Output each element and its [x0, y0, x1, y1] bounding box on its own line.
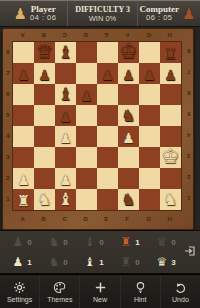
black-captured-queen-slot: ♛0	[148, 236, 184, 248]
square-d2[interactable]	[76, 168, 97, 189]
square-c3[interactable]	[55, 147, 76, 168]
file-label-top-c: C	[62, 32, 66, 38]
square-a6[interactable]	[13, 84, 34, 105]
captured-count: 1	[99, 258, 103, 267]
new-label: New	[93, 296, 107, 303]
captured-piece-icon: ♞	[48, 236, 59, 248]
rank-label-right-8: 8	[187, 49, 190, 55]
captured-piece-icon: ♜	[120, 256, 131, 268]
captured-white-row: ♟1♞0♝1♜0♛3	[4, 252, 186, 272]
file-label-bottom-f: F	[125, 215, 129, 221]
square-a2[interactable]	[13, 168, 34, 189]
settings-label: Settings	[7, 296, 32, 303]
palette-icon	[53, 281, 66, 294]
square-f1[interactable]	[118, 189, 139, 210]
square-g7[interactable]	[139, 63, 160, 84]
square-f6[interactable]	[118, 84, 139, 105]
plus-icon	[94, 281, 107, 294]
white-captured-knight-slot: ♞0	[40, 256, 76, 268]
rank-label-left-6: 6	[6, 91, 9, 97]
hint-label: Hint	[134, 296, 146, 303]
captured-piece-icon: ♛	[156, 236, 167, 248]
square-g2[interactable]	[139, 168, 160, 189]
square-d1[interactable]	[76, 189, 97, 210]
rank-label-right-1: 1	[187, 196, 190, 202]
square-b2[interactable]	[34, 168, 55, 189]
rank-label-left-7: 7	[6, 70, 9, 76]
white-captured-pawn-slot: ♟1	[4, 256, 40, 268]
gear-icon	[13, 281, 26, 294]
captured-piece-icon: ♜	[120, 236, 131, 248]
square-e1[interactable]	[97, 189, 118, 210]
captured-piece-icon: ♝	[84, 256, 95, 268]
square-g1[interactable]	[139, 189, 160, 210]
square-a1[interactable]	[13, 189, 34, 210]
square-f4[interactable]	[118, 126, 139, 147]
square-h4[interactable]	[160, 126, 181, 147]
black-captured-rook-slot: ♜1	[112, 236, 148, 248]
captured-count: 1	[135, 238, 139, 247]
captured-pieces-tray: ♟0♞0♝0♜1♛0 ♟1♞0♝1♜0♛3	[0, 230, 200, 274]
square-b5[interactable]	[34, 105, 55, 126]
square-e4[interactable]	[97, 126, 118, 147]
captured-piece-icon: ♝	[84, 236, 95, 248]
rank-label-right-2: 2	[187, 175, 190, 181]
file-label-top-f: F	[125, 32, 129, 38]
rank-label-left-2: 2	[6, 175, 9, 181]
board-squares[interactable]	[13, 42, 181, 210]
file-label-bottom-e: E	[104, 215, 108, 221]
square-c2[interactable]	[55, 168, 76, 189]
captured-count: 0	[99, 238, 103, 247]
file-label-bottom-g: G	[146, 215, 151, 221]
captured-count: 3	[171, 258, 175, 267]
square-h8[interactable]	[160, 42, 181, 63]
file-label-top-a: A	[20, 32, 24, 38]
square-f3[interactable]	[118, 147, 139, 168]
square-d3[interactable]	[76, 147, 97, 168]
captured-piece-icon: ♛	[156, 256, 167, 268]
square-e8[interactable]	[97, 42, 118, 63]
file-label-top-h: H	[167, 32, 171, 38]
square-f5[interactable]	[118, 105, 139, 126]
square-b6[interactable]	[34, 84, 55, 105]
black-captured-knight-slot: ♞0	[40, 236, 76, 248]
square-h7[interactable]	[160, 63, 181, 84]
square-h3[interactable]	[160, 147, 181, 168]
file-label-top-b: B	[41, 32, 45, 38]
square-d5[interactable]	[76, 105, 97, 126]
settings-button[interactable]: Settings	[0, 275, 40, 308]
captured-piece-icon: ♟	[12, 236, 23, 248]
hint-button[interactable]: Hint	[121, 275, 161, 308]
chess-board-frame: ♛♝♚♜♟♟♟♟♟♟♝♟♟♞♟♟♚♟♟♜♞♝♞♞ AABBCCDDEEFFGGH…	[2, 28, 194, 230]
rank-label-right-4: 4	[187, 133, 190, 139]
captured-piece-icon: ♟	[12, 256, 23, 268]
computer-clock: 06 : 05	[146, 14, 172, 23]
win-percentage: WIN 0%	[89, 14, 117, 23]
square-d4[interactable]	[76, 126, 97, 147]
square-d7[interactable]	[76, 63, 97, 84]
white-captured-rook-slot: ♜0	[112, 256, 148, 268]
tray-collapse-icon[interactable]	[182, 243, 198, 259]
square-d8[interactable]	[76, 42, 97, 63]
square-b3[interactable]	[34, 147, 55, 168]
file-label-bottom-d: D	[83, 215, 87, 221]
square-g4[interactable]	[139, 126, 160, 147]
captured-count: 0	[63, 238, 67, 247]
themes-label: Themes	[47, 296, 72, 303]
rank-label-left-8: 8	[6, 49, 9, 55]
square-f8[interactable]	[118, 42, 139, 63]
file-label-bottom-h: H	[167, 215, 171, 221]
player-clock: 04 : 06	[30, 14, 56, 23]
square-e7[interactable]	[97, 63, 118, 84]
rank-label-right-7: 7	[187, 70, 190, 76]
square-f2[interactable]	[118, 168, 139, 189]
undo-button[interactable]: Undo	[161, 275, 200, 308]
square-g6[interactable]	[139, 84, 160, 105]
square-h2[interactable]	[160, 168, 181, 189]
square-b7[interactable]	[34, 63, 55, 84]
black-captured-bishop-slot: ♝0	[76, 236, 112, 248]
square-c1[interactable]	[55, 189, 76, 210]
white-captured-queen-slot: ♛3	[148, 256, 184, 268]
square-h1[interactable]	[160, 189, 181, 210]
square-e6[interactable]	[97, 84, 118, 105]
rank-label-left-3: 3	[6, 154, 9, 160]
player-pawn-icon: ♟	[14, 6, 27, 21]
square-e5[interactable]	[97, 105, 118, 126]
black-captured-pawn-slot: ♟0	[4, 236, 40, 248]
square-c5[interactable]	[55, 105, 76, 126]
captured-piece-icon: ♞	[48, 256, 59, 268]
square-h5[interactable]	[160, 105, 181, 126]
rank-label-left-1: 1	[6, 196, 9, 202]
square-a7[interactable]	[13, 63, 34, 84]
square-a4[interactable]	[13, 126, 34, 147]
square-c7[interactable]	[55, 63, 76, 84]
square-g5[interactable]	[139, 105, 160, 126]
square-e2[interactable]	[97, 168, 118, 189]
rank-label-right-5: 5	[187, 112, 190, 118]
square-b1[interactable]	[34, 189, 55, 210]
undo-label: Undo	[172, 296, 189, 303]
square-a5[interactable]	[13, 105, 34, 126]
rank-label-left-5: 5	[6, 112, 9, 118]
square-b8[interactable]	[34, 42, 55, 63]
square-g8[interactable]	[139, 42, 160, 63]
square-f7[interactable]	[118, 63, 139, 84]
top-status-bar: ♟ Player 04 : 06 DIFFICULTY 3 WIN 0% Com…	[0, 0, 200, 27]
file-label-top-e: E	[104, 32, 108, 38]
file-label-top-d: D	[83, 32, 87, 38]
square-c4[interactable]	[55, 126, 76, 147]
file-label-bottom-a: A	[20, 215, 24, 221]
captured-count: 0	[63, 258, 67, 267]
white-captured-bishop-slot: ♝1	[76, 256, 112, 268]
bottom-toolbar: Settings Themes New Hint	[0, 274, 200, 308]
computer-pawn-icon: ♟	[182, 6, 195, 21]
square-b4[interactable]	[34, 126, 55, 147]
square-a3[interactable]	[13, 147, 34, 168]
captured-count: 0	[171, 238, 175, 247]
file-label-bottom-c: C	[62, 215, 66, 221]
file-label-top-g: G	[146, 32, 151, 38]
square-d6[interactable]	[76, 84, 97, 105]
square-h6[interactable]	[160, 84, 181, 105]
captured-black-row: ♟0♞0♝0♜1♛0	[4, 232, 186, 252]
square-c6[interactable]	[55, 84, 76, 105]
square-e3[interactable]	[97, 147, 118, 168]
bulb-icon	[134, 281, 147, 294]
themes-button[interactable]: Themes	[40, 275, 80, 308]
new-game-button[interactable]: New	[80, 275, 120, 308]
undo-icon	[174, 281, 187, 294]
captured-count: 0	[27, 238, 31, 247]
captured-count: 1	[27, 258, 31, 267]
file-label-bottom-b: B	[41, 215, 45, 221]
rank-label-right-6: 6	[187, 91, 190, 97]
rank-label-left-4: 4	[6, 133, 9, 139]
difficulty-label: DIFFICULTY 3	[75, 5, 130, 14]
square-a8[interactable]	[13, 42, 34, 63]
captured-count: 0	[135, 258, 139, 267]
rank-label-right-3: 3	[187, 154, 190, 160]
square-c8[interactable]	[55, 42, 76, 63]
square-g3[interactable]	[139, 147, 160, 168]
